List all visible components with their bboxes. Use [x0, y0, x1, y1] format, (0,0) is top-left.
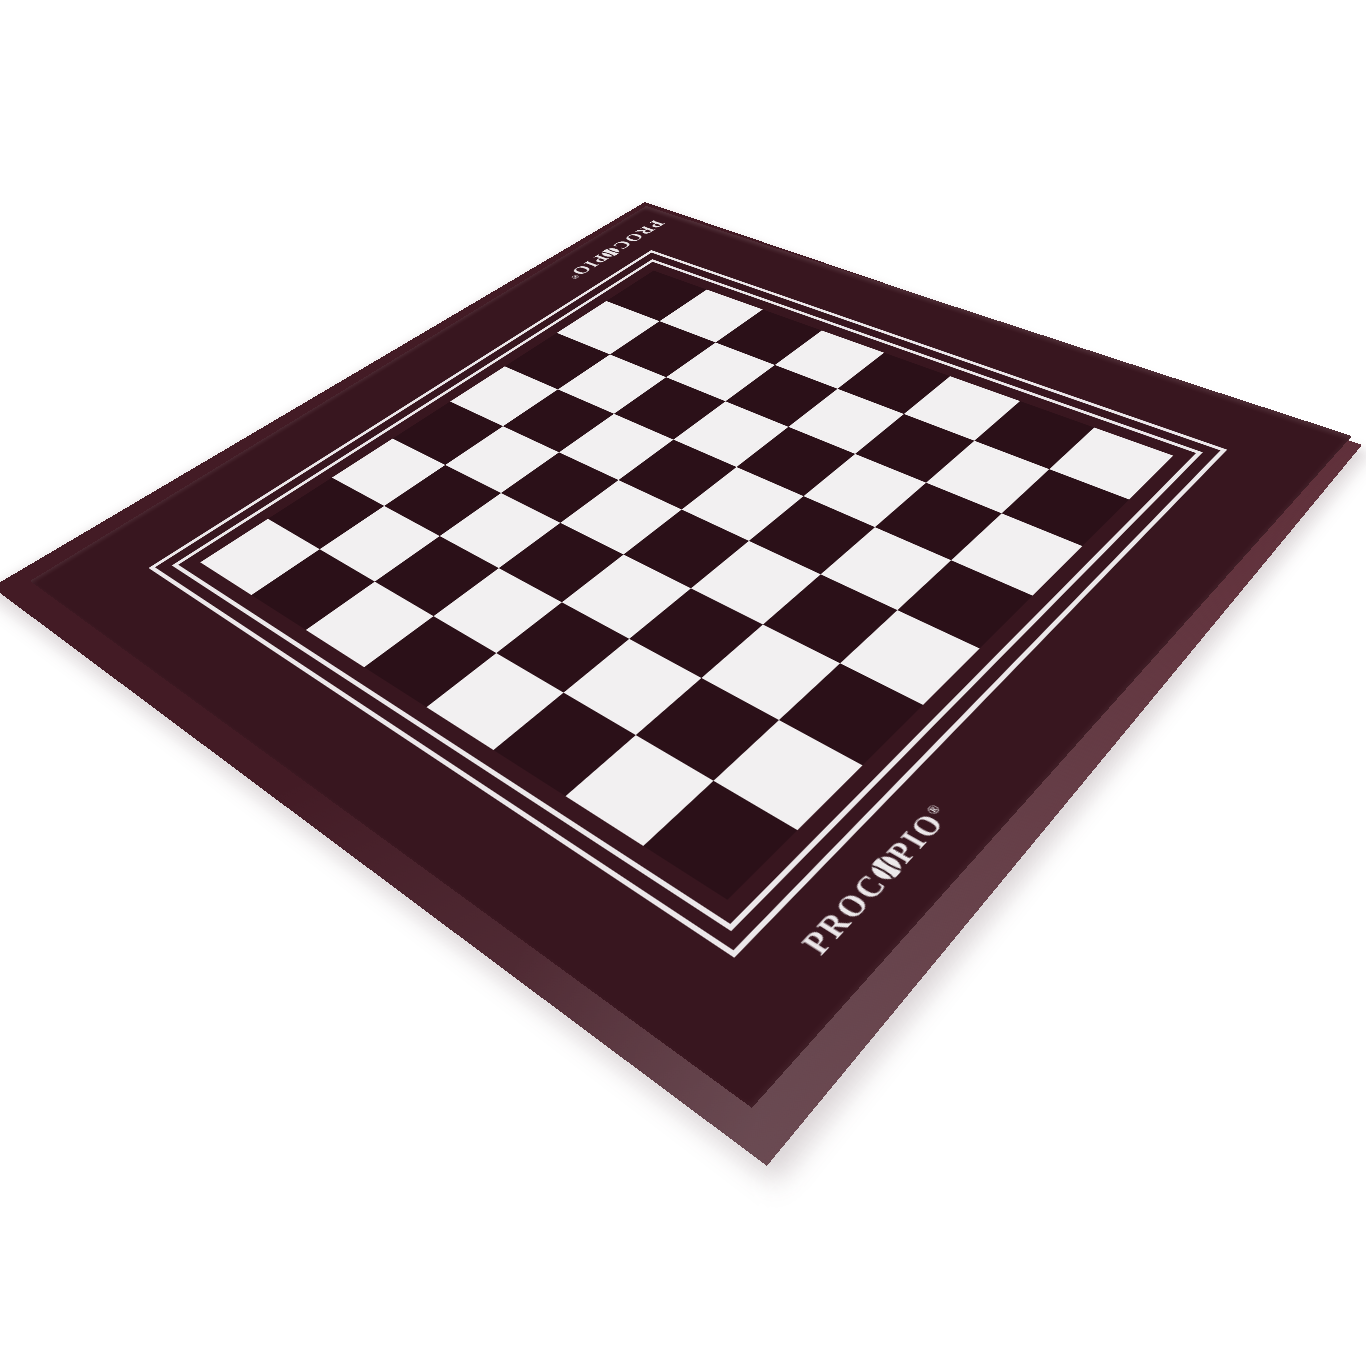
- chess-board: PROCPIO® PROCPIO®: [30, 206, 1352, 1108]
- brand-text-prefix: PROC: [793, 867, 895, 960]
- brand-text-prefix: PROC: [608, 219, 669, 252]
- product-photo-scene: PROCPIO® PROCPIO®: [0, 0, 1366, 1366]
